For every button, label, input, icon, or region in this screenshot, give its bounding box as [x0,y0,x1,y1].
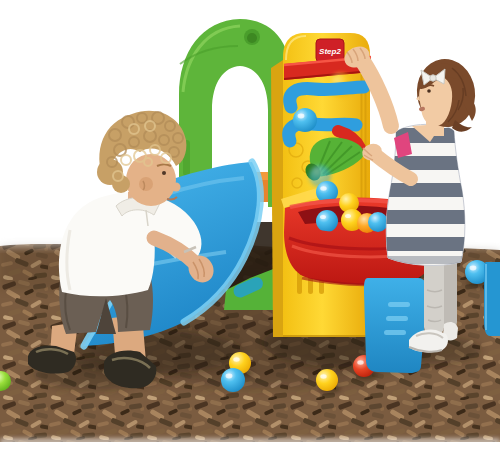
blue-ball-on-track [293,108,317,132]
blue-ball [221,368,245,392]
product-photo: Step2 [0,0,500,462]
girl-eye [427,89,431,93]
step2-logo-text: Step2 [319,47,341,56]
boy-eye [162,171,166,175]
scene: Step2 [0,0,500,462]
tray-leg [364,278,427,373]
yellow-ball [316,369,338,391]
girl-leggings [424,254,444,336]
step2-logo: Step2 [316,39,344,62]
